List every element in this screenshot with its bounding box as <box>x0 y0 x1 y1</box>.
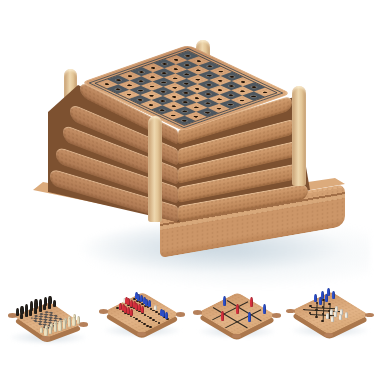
peg-hole <box>216 98 223 101</box>
peg-blue <box>325 294 328 302</box>
peg-white <box>68 318 71 327</box>
peg-white <box>58 321 61 331</box>
peg-white <box>154 305 157 310</box>
backgammon-thumbnail-corner-notch <box>176 312 185 317</box>
tic-tac-toe-thumbnail-corner-notch <box>272 313 281 318</box>
peg-hole <box>115 78 122 81</box>
peg-black <box>20 313 23 320</box>
peg-hole <box>103 82 110 85</box>
peg-hole <box>159 99 166 102</box>
peg-black <box>34 307 37 314</box>
peg-hole <box>137 98 144 101</box>
peg-hole <box>215 107 222 110</box>
halma-thumbnail-corner-notch <box>365 313 374 318</box>
peg-red <box>130 309 133 316</box>
peg-hole <box>183 73 190 76</box>
peg-hole <box>205 83 212 86</box>
peg-hole <box>114 88 121 91</box>
peg-white <box>345 312 348 318</box>
peg-hole <box>170 114 177 117</box>
peg-hole <box>172 77 179 80</box>
peg-blue <box>332 291 335 299</box>
peg-hole <box>182 100 189 103</box>
peg-white <box>44 328 47 336</box>
peg-black <box>16 308 19 316</box>
peg-hole <box>193 96 200 99</box>
peg-white <box>339 314 342 320</box>
peg-hole <box>262 91 269 94</box>
peg-hole <box>184 63 191 66</box>
peg-hole <box>192 115 199 118</box>
peg-hole <box>206 74 213 77</box>
peg-hole <box>172 67 179 70</box>
peg-hole <box>251 85 258 88</box>
peg-black <box>29 309 32 316</box>
peg-black <box>53 300 56 307</box>
peg-black <box>25 311 28 318</box>
peg-hole <box>148 103 155 106</box>
peg-hole <box>217 70 224 73</box>
peg-blue <box>319 297 322 305</box>
tic-tac-toe-thumbnail-corner-notch <box>193 310 202 315</box>
peg-hole <box>195 59 202 62</box>
peg-red <box>141 306 144 313</box>
peg-black <box>43 304 46 311</box>
peg-red <box>250 297 253 307</box>
peg-hole <box>160 81 167 84</box>
corner-post <box>292 86 306 186</box>
peg-hole <box>148 94 155 97</box>
peg-hole <box>159 109 166 112</box>
peg-hole <box>126 84 133 87</box>
peg-hole <box>138 70 145 73</box>
peg-hole <box>161 71 168 74</box>
peg-hole <box>217 79 224 82</box>
peg-hole <box>239 90 246 93</box>
peg-blue <box>223 296 226 306</box>
peg-hole <box>150 66 157 69</box>
peg-blue <box>148 300 151 307</box>
peg-blue <box>314 294 317 302</box>
peg-white <box>72 317 75 326</box>
peg-hole <box>227 94 234 97</box>
peg-hole <box>183 82 190 85</box>
chess-thumbnail-corner-notch <box>41 336 50 341</box>
peg-hole <box>227 103 234 106</box>
peg-hole <box>194 87 201 90</box>
peg-hole <box>182 91 189 94</box>
peg-hole <box>228 84 235 87</box>
peg-white <box>326 313 329 319</box>
peg-hole <box>171 95 178 98</box>
peg-hole <box>161 62 168 65</box>
corner-post <box>148 116 162 222</box>
peg-hole <box>181 119 188 122</box>
peg-hole <box>193 106 200 109</box>
peg-blue <box>263 304 266 314</box>
peg-hole <box>173 58 180 61</box>
peg-hole <box>138 80 145 83</box>
peg-hole <box>149 76 156 79</box>
peg-hole <box>216 88 223 91</box>
backgammon-thumbnail-peg-hole <box>158 322 161 324</box>
peg-hole <box>250 95 257 98</box>
peg-hole <box>206 65 213 68</box>
peg-white <box>334 311 337 317</box>
peg-hole <box>184 54 191 57</box>
peg-black <box>39 306 42 313</box>
product-photo <box>0 0 376 376</box>
tic-tac-toe-thumbnail-corner-notch <box>232 334 241 339</box>
peg-hole <box>149 85 156 88</box>
peg-white <box>330 309 333 315</box>
peg-hole <box>204 111 211 114</box>
peg-hole <box>171 86 178 89</box>
peg-hole <box>137 89 144 92</box>
peg-hole <box>126 74 133 77</box>
peg-hole <box>204 102 211 105</box>
peg-white <box>54 323 57 332</box>
peg-hole <box>195 69 202 72</box>
peg-white <box>77 316 80 324</box>
peg-red <box>221 311 224 321</box>
peg-black <box>48 302 51 309</box>
backgammon-thumbnail-corner-notch <box>137 332 146 337</box>
peg-hole <box>181 110 188 113</box>
peg-hole <box>228 75 235 78</box>
peg-hole <box>239 80 246 83</box>
peg-hole <box>170 104 177 107</box>
peg-white <box>331 316 334 322</box>
peg-red <box>236 304 239 314</box>
peg-hole <box>160 90 167 93</box>
peg-blue <box>165 312 168 319</box>
peg-hole <box>125 93 132 96</box>
peg-hole <box>205 92 212 95</box>
peg-hole <box>238 99 245 102</box>
peg-hole <box>194 78 201 81</box>
